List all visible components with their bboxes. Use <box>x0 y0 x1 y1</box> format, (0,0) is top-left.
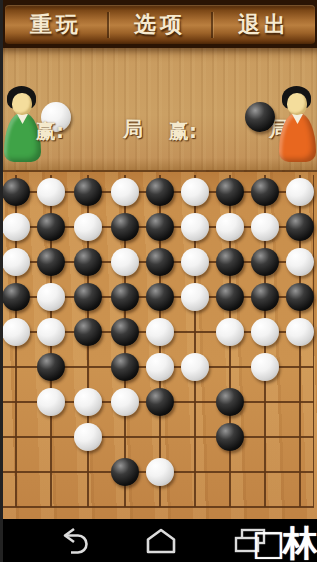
white-stone[interactable]: ● <box>74 213 102 241</box>
black-stone[interactable]: ● <box>74 318 102 346</box>
black-stone[interactable]: ● <box>111 353 139 381</box>
white-stone[interactable]: ● <box>3 318 30 346</box>
black-stone[interactable]: ● <box>37 353 65 381</box>
white-stone[interactable]: ● <box>146 353 174 381</box>
black-stone-indicator-icon: ● <box>245 102 275 132</box>
options-button[interactable]: 选项 <box>109 4 211 45</box>
black-stone[interactable]: ● <box>37 248 65 276</box>
watermark: □林 <box>252 526 316 561</box>
white-stone[interactable]: ● <box>37 178 65 206</box>
white-stone[interactable]: ● <box>216 318 244 346</box>
white-stone[interactable]: ● <box>251 353 279 381</box>
white-stone[interactable]: ● <box>3 213 30 241</box>
black-stone[interactable]: ● <box>111 283 139 311</box>
white-stone[interactable]: ● <box>216 213 244 241</box>
white-stone[interactable]: ● <box>37 388 65 416</box>
white-stone[interactable]: ● <box>181 178 209 206</box>
exit-button[interactable]: 退出 <box>213 4 315 45</box>
black-stone[interactable]: ● <box>251 283 279 311</box>
black-stone[interactable]: ● <box>251 178 279 206</box>
android-nav-bar: □林 <box>3 519 317 562</box>
black-stone[interactable]: ● <box>74 283 102 311</box>
gomoku-app: 重玩 选项 退出 ● 赢: 局 败: 局 赢: 局 败: 局 ● <box>3 0 317 562</box>
black-stone[interactable]: ● <box>251 248 279 276</box>
white-stone[interactable]: ● <box>286 178 314 206</box>
black-stone[interactable]: ● <box>74 178 102 206</box>
avatar-face <box>287 93 307 115</box>
white-stone[interactable]: ● <box>286 248 314 276</box>
black-stone[interactable]: ● <box>286 213 314 241</box>
white-stone[interactable]: ● <box>181 248 209 276</box>
replay-button[interactable]: 重玩 <box>5 4 107 45</box>
black-stone[interactable]: ● <box>216 423 244 451</box>
black-win-label: 赢: <box>169 120 197 142</box>
white-win-label: 赢: <box>36 120 64 142</box>
scoreboard: ● 赢: 局 败: 局 赢: 局 败: 局 ● <box>3 48 317 170</box>
white-stone[interactable]: ● <box>37 283 65 311</box>
white-stone[interactable]: ● <box>74 423 102 451</box>
back-icon[interactable] <box>53 526 91 556</box>
black-stone[interactable]: ● <box>146 213 174 241</box>
white-stone[interactable]: ● <box>146 318 174 346</box>
black-stone[interactable]: ● <box>74 248 102 276</box>
white-stone[interactable]: ● <box>181 283 209 311</box>
black-player-avatar <box>279 86 316 162</box>
black-stone[interactable]: ● <box>216 178 244 206</box>
white-stone[interactable]: ● <box>74 388 102 416</box>
black-stone[interactable]: ● <box>286 283 314 311</box>
black-stone[interactable]: ● <box>111 213 139 241</box>
black-stone[interactable]: ● <box>146 178 174 206</box>
white-stone[interactable]: ● <box>111 178 139 206</box>
white-stone[interactable]: ● <box>181 213 209 241</box>
black-stone[interactable]: ● <box>216 248 244 276</box>
black-stone[interactable]: ● <box>111 318 139 346</box>
white-stone[interactable]: ● <box>3 248 30 276</box>
avatar-face <box>12 93 32 115</box>
black-stone[interactable]: ● <box>111 458 139 486</box>
black-stone[interactable]: ● <box>146 248 174 276</box>
white-stone[interactable]: ● <box>286 318 314 346</box>
black-stone[interactable]: ● <box>3 283 30 311</box>
white-stone[interactable]: ● <box>181 353 209 381</box>
white-stone[interactable]: ● <box>111 248 139 276</box>
top-bar-plank: 重玩 选项 退出 <box>5 5 315 44</box>
black-stone[interactable]: ● <box>37 213 65 241</box>
white-win-unit: 局 <box>123 118 143 140</box>
black-stone[interactable]: ● <box>216 388 244 416</box>
black-stone[interactable]: ● <box>216 283 244 311</box>
top-bar: 重玩 选项 退出 <box>3 0 317 48</box>
white-stone[interactable]: ● <box>37 318 65 346</box>
game-board[interactable]: ●●●●●●●●●●●●●●●●●●●●●●●●●●●●●●●●●●●●●●●●… <box>3 170 317 519</box>
black-stone[interactable]: ● <box>146 283 174 311</box>
white-stone[interactable]: ● <box>251 213 279 241</box>
home-icon[interactable] <box>142 526 180 556</box>
white-stone[interactable]: ● <box>251 318 279 346</box>
black-stone[interactable]: ● <box>3 178 30 206</box>
white-stone[interactable]: ● <box>111 388 139 416</box>
white-stone[interactable]: ● <box>146 458 174 486</box>
black-stone[interactable]: ● <box>146 388 174 416</box>
